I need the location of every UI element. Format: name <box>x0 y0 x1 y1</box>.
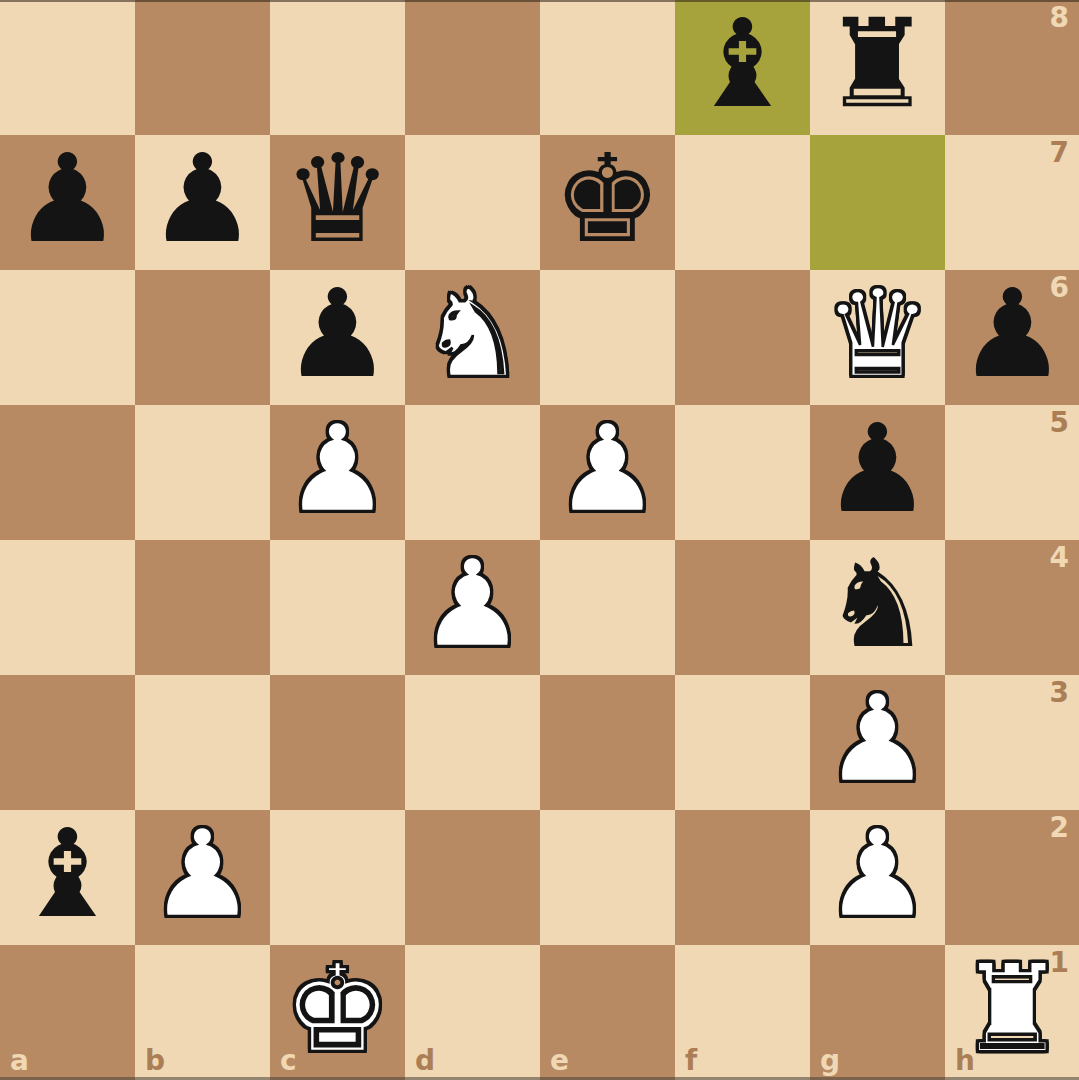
rank-label-3: 3 <box>1050 676 1069 709</box>
square-h2[interactable]: 2 <box>945 810 1079 945</box>
black-queen[interactable]: ♛ <box>283 132 392 267</box>
black-bishop[interactable]: ♝ <box>688 0 797 132</box>
square-h4[interactable]: 4 <box>945 540 1079 675</box>
rank-label-5: 5 <box>1050 406 1069 439</box>
white-king[interactable]: ♚ <box>283 942 392 1077</box>
square-c8[interactable] <box>270 0 405 135</box>
square-d3[interactable] <box>405 675 540 810</box>
square-d2[interactable] <box>405 810 540 945</box>
file-label-f: f <box>685 1044 697 1077</box>
white-knight[interactable]: ♞ <box>418 267 527 402</box>
square-b4[interactable] <box>135 540 270 675</box>
square-g1[interactable]: g <box>810 945 945 1080</box>
white-pawn[interactable]: ♟ <box>283 402 392 537</box>
square-g8[interactable]: ♜ <box>810 0 945 135</box>
square-d4[interactable]: ♟ <box>405 540 540 675</box>
square-c1[interactable]: ♚c <box>270 945 405 1080</box>
white-pawn[interactable]: ♟ <box>418 537 527 672</box>
black-pawn[interactable]: ♟ <box>283 267 392 402</box>
square-b5[interactable] <box>135 405 270 540</box>
file-label-h: h <box>955 1044 975 1077</box>
square-c3[interactable] <box>270 675 405 810</box>
black-knight[interactable]: ♞ <box>823 537 932 672</box>
rank-label-4: 4 <box>1050 541 1069 574</box>
square-b7[interactable]: ♟ <box>135 135 270 270</box>
file-label-g: g <box>820 1044 840 1077</box>
black-king[interactable]: ♚ <box>553 132 662 267</box>
square-g5[interactable]: ♟ <box>810 405 945 540</box>
black-rook[interactable]: ♜ <box>823 0 932 132</box>
square-a1[interactable]: a <box>0 945 135 1080</box>
square-a4[interactable] <box>0 540 135 675</box>
square-d6[interactable]: ♞ <box>405 270 540 405</box>
square-d8[interactable] <box>405 0 540 135</box>
square-e7[interactable]: ♚ <box>540 135 675 270</box>
square-f7[interactable] <box>675 135 810 270</box>
square-h6[interactable]: ♟6 <box>945 270 1079 405</box>
rank-label-1: 1 <box>1050 946 1069 979</box>
square-f2[interactable] <box>675 810 810 945</box>
square-d5[interactable] <box>405 405 540 540</box>
square-f3[interactable] <box>675 675 810 810</box>
square-a2[interactable]: ♝ <box>0 810 135 945</box>
square-a6[interactable] <box>0 270 135 405</box>
chess-board: ♝♜8♟♟♛♚7♟♞♛♟6♟♟♟5♟♞4♟3♝♟♟2ab♚cdefg♜h1 <box>0 0 1079 1080</box>
square-g6[interactable]: ♛ <box>810 270 945 405</box>
square-c6[interactable]: ♟ <box>270 270 405 405</box>
file-label-e: e <box>550 1044 569 1077</box>
black-bishop[interactable]: ♝ <box>13 807 122 942</box>
square-f5[interactable] <box>675 405 810 540</box>
square-a7[interactable]: ♟ <box>0 135 135 270</box>
square-c7[interactable]: ♛ <box>270 135 405 270</box>
file-label-a: a <box>10 1044 29 1077</box>
square-c5[interactable]: ♟ <box>270 405 405 540</box>
square-g3[interactable]: ♟ <box>810 675 945 810</box>
rank-label-8: 8 <box>1050 1 1069 34</box>
black-pawn[interactable]: ♟ <box>823 402 932 537</box>
square-f4[interactable] <box>675 540 810 675</box>
square-f6[interactable] <box>675 270 810 405</box>
square-b3[interactable] <box>135 675 270 810</box>
square-b2[interactable]: ♟ <box>135 810 270 945</box>
square-d1[interactable]: d <box>405 945 540 1080</box>
rank-label-2: 2 <box>1050 811 1069 844</box>
square-g4[interactable]: ♞ <box>810 540 945 675</box>
white-pawn[interactable]: ♟ <box>823 672 932 807</box>
square-b1[interactable]: b <box>135 945 270 1080</box>
square-h3[interactable]: 3 <box>945 675 1079 810</box>
square-g7[interactable] <box>810 135 945 270</box>
white-pawn[interactable]: ♟ <box>823 807 932 942</box>
square-h7[interactable]: 7 <box>945 135 1079 270</box>
black-pawn[interactable]: ♟ <box>148 132 257 267</box>
square-e8[interactable] <box>540 0 675 135</box>
square-h1[interactable]: ♜h1 <box>945 945 1079 1080</box>
rank-label-7: 7 <box>1050 136 1069 169</box>
file-label-d: d <box>415 1044 435 1077</box>
square-f8[interactable]: ♝ <box>675 0 810 135</box>
square-e5[interactable]: ♟ <box>540 405 675 540</box>
white-pawn[interactable]: ♟ <box>553 402 662 537</box>
square-f1[interactable]: f <box>675 945 810 1080</box>
square-a5[interactable] <box>0 405 135 540</box>
square-b6[interactable] <box>135 270 270 405</box>
square-e4[interactable] <box>540 540 675 675</box>
board-area: ♝♜8♟♟♛♚7♟♞♛♟6♟♟♟5♟♞4♟3♝♟♟2ab♚cdefg♜h1 <box>0 0 1079 1080</box>
square-d7[interactable] <box>405 135 540 270</box>
square-a8[interactable] <box>0 0 135 135</box>
square-g2[interactable]: ♟ <box>810 810 945 945</box>
black-pawn[interactable]: ♟ <box>13 132 122 267</box>
square-b8[interactable] <box>135 0 270 135</box>
square-e3[interactable] <box>540 675 675 810</box>
white-queen[interactable]: ♛ <box>823 267 932 402</box>
file-label-c: c <box>280 1044 297 1077</box>
square-a3[interactable] <box>0 675 135 810</box>
square-h8[interactable]: 8 <box>945 0 1079 135</box>
rank-label-6: 6 <box>1050 271 1069 304</box>
file-label-b: b <box>145 1044 165 1077</box>
square-c4[interactable] <box>270 540 405 675</box>
square-e1[interactable]: e <box>540 945 675 1080</box>
square-c2[interactable] <box>270 810 405 945</box>
white-pawn[interactable]: ♟ <box>148 807 257 942</box>
square-h5[interactable]: 5 <box>945 405 1079 540</box>
square-e6[interactable] <box>540 270 675 405</box>
square-e2[interactable] <box>540 810 675 945</box>
